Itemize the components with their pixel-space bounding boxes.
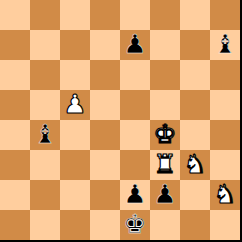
square-h3[interactable]	[210, 150, 240, 180]
square-h8[interactable]	[210, 0, 240, 30]
square-d8[interactable]	[90, 0, 120, 30]
black-pawn-piece[interactable]: ♟	[153, 180, 176, 209]
square-b3[interactable]	[30, 150, 60, 180]
square-c8[interactable]	[60, 0, 90, 30]
square-e3[interactable]	[120, 150, 150, 180]
square-f1[interactable]	[150, 210, 180, 240]
square-a3[interactable]	[0, 150, 30, 180]
square-g3[interactable]: ♞	[180, 150, 210, 180]
square-b5[interactable]	[30, 90, 60, 120]
square-c5[interactable]: ♟	[60, 90, 90, 120]
white-knight-piece[interactable]: ♞	[213, 180, 236, 209]
white-king-piece[interactable]: ♚	[153, 120, 176, 149]
square-g4[interactable]	[180, 120, 210, 150]
square-a4[interactable]	[0, 120, 30, 150]
square-d5[interactable]	[90, 90, 120, 120]
chess-board: ♟♝♟♝♚♜♞♟♟♞♚	[0, 0, 240, 240]
black-king-piece[interactable]: ♚	[123, 210, 146, 239]
square-b7[interactable]	[30, 30, 60, 60]
square-a8[interactable]	[0, 0, 30, 30]
square-c7[interactable]	[60, 30, 90, 60]
square-c3[interactable]	[60, 150, 90, 180]
square-g8[interactable]	[180, 0, 210, 30]
square-h7[interactable]: ♝	[210, 30, 240, 60]
chess-board-frame: ♟♝♟♝♚♜♞♟♟♞♚	[0, 0, 242, 242]
square-c1[interactable]	[60, 210, 90, 240]
square-c2[interactable]	[60, 180, 90, 210]
square-c6[interactable]	[60, 60, 90, 90]
square-f3[interactable]: ♜	[150, 150, 180, 180]
square-h6[interactable]	[210, 60, 240, 90]
square-d4[interactable]	[90, 120, 120, 150]
square-d7[interactable]	[90, 30, 120, 60]
square-a7[interactable]	[0, 30, 30, 60]
square-d1[interactable]	[90, 210, 120, 240]
square-e1[interactable]: ♚	[120, 210, 150, 240]
square-g6[interactable]	[180, 60, 210, 90]
square-e4[interactable]	[120, 120, 150, 150]
square-e2[interactable]: ♟	[120, 180, 150, 210]
square-e7[interactable]: ♟	[120, 30, 150, 60]
square-e5[interactable]	[120, 90, 150, 120]
square-f7[interactable]	[150, 30, 180, 60]
square-d6[interactable]	[90, 60, 120, 90]
square-f4[interactable]: ♚	[150, 120, 180, 150]
square-c4[interactable]	[60, 120, 90, 150]
square-a2[interactable]	[0, 180, 30, 210]
square-h1[interactable]	[210, 210, 240, 240]
black-bishop-piece[interactable]: ♝	[33, 120, 56, 149]
white-knight-piece[interactable]: ♞	[183, 150, 206, 179]
black-pawn-piece[interactable]: ♟	[123, 180, 146, 209]
square-g2[interactable]	[180, 180, 210, 210]
square-a5[interactable]	[0, 90, 30, 120]
square-d3[interactable]	[90, 150, 120, 180]
square-e6[interactable]	[120, 60, 150, 90]
square-b8[interactable]	[30, 0, 60, 30]
square-f2[interactable]: ♟	[150, 180, 180, 210]
square-b1[interactable]	[30, 210, 60, 240]
square-g1[interactable]	[180, 210, 210, 240]
square-h4[interactable]	[210, 120, 240, 150]
square-d2[interactable]	[90, 180, 120, 210]
white-pawn-piece[interactable]: ♟	[63, 90, 86, 119]
white-rook-piece[interactable]: ♜	[153, 150, 176, 179]
black-bishop-piece[interactable]: ♝	[213, 30, 236, 59]
square-g5[interactable]	[180, 90, 210, 120]
square-g7[interactable]	[180, 30, 210, 60]
square-a1[interactable]	[0, 210, 30, 240]
square-f5[interactable]	[150, 90, 180, 120]
square-b4[interactable]: ♝	[30, 120, 60, 150]
square-b2[interactable]	[30, 180, 60, 210]
square-a6[interactable]	[0, 60, 30, 90]
square-f8[interactable]	[150, 0, 180, 30]
square-f6[interactable]	[150, 60, 180, 90]
square-b6[interactable]	[30, 60, 60, 90]
black-pawn-piece[interactable]: ♟	[123, 30, 146, 59]
square-e8[interactable]	[120, 0, 150, 30]
square-h2[interactable]: ♞	[210, 180, 240, 210]
square-h5[interactable]	[210, 90, 240, 120]
